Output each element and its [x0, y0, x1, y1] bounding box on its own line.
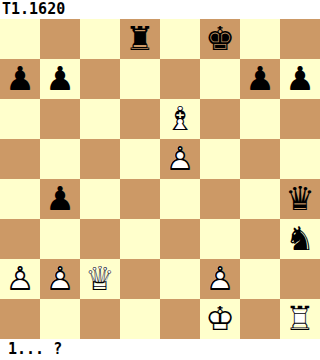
square-c7[interactable] [80, 59, 120, 99]
square-b8[interactable] [40, 19, 80, 59]
square-a3[interactable] [0, 219, 40, 259]
square-e6[interactable]: ♝♗ [160, 99, 200, 139]
square-c3[interactable] [80, 219, 120, 259]
black-pawn-piece: ♟ [280, 59, 320, 99]
puzzle-title: T1.1620 [2, 0, 65, 19]
square-f4[interactable] [200, 179, 240, 219]
square-d1[interactable] [120, 299, 160, 339]
black-pawn-piece: ♟ [0, 59, 40, 99]
square-f8[interactable]: ♚ [200, 19, 240, 59]
square-g2[interactable] [240, 259, 280, 299]
square-h8[interactable] [280, 19, 320, 59]
white-rook-piece: ♖ [280, 299, 320, 339]
square-e2[interactable] [160, 259, 200, 299]
square-e8[interactable] [160, 19, 200, 59]
square-c6[interactable] [80, 99, 120, 139]
black-king-piece: ♚ [200, 19, 240, 59]
chess-board: ♜♚♟♟♟♟♝♗♟♙♟♛♞♟♙♟♙♛♕♟♙♚♔♜♖ [0, 19, 320, 339]
status-bar: 1... ? [0, 339, 320, 360]
square-b6[interactable] [40, 99, 80, 139]
square-g1[interactable] [240, 299, 280, 339]
square-h3[interactable]: ♞ [280, 219, 320, 259]
square-h4[interactable]: ♛ [280, 179, 320, 219]
white-pawn-piece: ♙ [40, 259, 80, 299]
square-c8[interactable] [80, 19, 120, 59]
square-d7[interactable] [120, 59, 160, 99]
square-f2[interactable]: ♟♙ [200, 259, 240, 299]
square-c1[interactable] [80, 299, 120, 339]
square-g6[interactable] [240, 99, 280, 139]
square-h5[interactable] [280, 139, 320, 179]
square-b5[interactable] [40, 139, 80, 179]
black-knight-piece: ♞ [280, 219, 320, 259]
square-g5[interactable] [240, 139, 280, 179]
black-queen-piece: ♛ [280, 179, 320, 219]
white-pawn-piece: ♙ [0, 259, 40, 299]
square-a8[interactable] [0, 19, 40, 59]
square-c2[interactable]: ♛♕ [80, 259, 120, 299]
square-a6[interactable] [0, 99, 40, 139]
square-d6[interactable] [120, 99, 160, 139]
black-pawn-piece: ♟ [40, 179, 80, 219]
chess-puzzle-app: T1.1620 ♜♚♟♟♟♟♝♗♟♙♟♛♞♟♙♟♙♛♕♟♙♚♔♜♖ 1... ? [0, 0, 320, 360]
square-f7[interactable] [200, 59, 240, 99]
square-d4[interactable] [120, 179, 160, 219]
square-b1[interactable] [40, 299, 80, 339]
square-g8[interactable] [240, 19, 280, 59]
square-f3[interactable] [200, 219, 240, 259]
white-queen-piece: ♕ [80, 259, 120, 299]
square-c5[interactable] [80, 139, 120, 179]
title-bar: T1.1620 [0, 0, 320, 19]
black-pawn-piece: ♟ [240, 59, 280, 99]
square-d8[interactable]: ♜ [120, 19, 160, 59]
square-h2[interactable] [280, 259, 320, 299]
square-f1[interactable]: ♚♔ [200, 299, 240, 339]
square-g3[interactable] [240, 219, 280, 259]
square-f6[interactable] [200, 99, 240, 139]
square-a4[interactable] [0, 179, 40, 219]
square-b2[interactable]: ♟♙ [40, 259, 80, 299]
square-d5[interactable] [120, 139, 160, 179]
square-g4[interactable] [240, 179, 280, 219]
square-e5[interactable]: ♟♙ [160, 139, 200, 179]
square-h7[interactable]: ♟ [280, 59, 320, 99]
square-e1[interactable] [160, 299, 200, 339]
white-pawn-piece: ♙ [200, 259, 240, 299]
square-h1[interactable]: ♜♖ [280, 299, 320, 339]
black-rook-piece: ♜ [120, 19, 160, 59]
white-king-piece: ♔ [200, 299, 240, 339]
square-a7[interactable]: ♟ [0, 59, 40, 99]
white-pawn-piece: ♙ [160, 139, 200, 179]
move-prompt: 1... ? [8, 339, 62, 360]
square-e7[interactable] [160, 59, 200, 99]
square-h6[interactable] [280, 99, 320, 139]
square-e3[interactable] [160, 219, 200, 259]
square-a2[interactable]: ♟♙ [0, 259, 40, 299]
square-b7[interactable]: ♟ [40, 59, 80, 99]
square-d3[interactable] [120, 219, 160, 259]
square-b4[interactable]: ♟ [40, 179, 80, 219]
square-f5[interactable] [200, 139, 240, 179]
square-a1[interactable] [0, 299, 40, 339]
square-e4[interactable] [160, 179, 200, 219]
square-b3[interactable] [40, 219, 80, 259]
black-pawn-piece: ♟ [40, 59, 80, 99]
square-d2[interactable] [120, 259, 160, 299]
square-a5[interactable] [0, 139, 40, 179]
white-bishop-piece: ♗ [160, 99, 200, 139]
square-c4[interactable] [80, 179, 120, 219]
square-g7[interactable]: ♟ [240, 59, 280, 99]
